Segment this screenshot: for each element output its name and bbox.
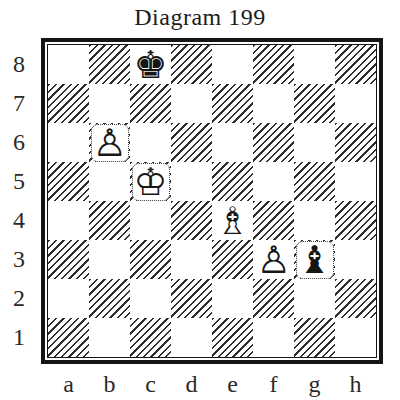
square-d3 [171,240,212,279]
square-a7 [48,84,89,123]
file-label-h: h [335,370,376,398]
square-h1 [335,318,376,357]
file-label-e: e [212,370,253,398]
square-f6 [253,123,294,162]
square-g4 [294,201,335,240]
file-label-g: g [294,370,335,398]
square-c6 [130,123,171,162]
square-d5 [171,162,212,201]
square-h3 [335,240,376,279]
square-b8 [89,45,130,84]
rank-label-2: 2 [4,279,34,318]
diagram-page: Diagram 199 87654321 ♚♙♔♗♙♝ abcdefgh [0,0,400,400]
rank-label-8: 8 [4,45,34,84]
square-h8 [335,45,376,84]
square-h5 [335,162,376,201]
square-d1 [171,318,212,357]
file-label-f: f [253,370,294,398]
square-f7 [253,84,294,123]
piece-black-king: ♚ [133,46,167,84]
square-b7 [89,84,130,123]
square-b4 [89,201,130,240]
square-e1 [212,318,253,357]
square-d4 [171,201,212,240]
square-g8 [294,45,335,84]
square-f5 [253,162,294,201]
square-a3 [48,240,89,279]
square-c5: ♔ [130,162,171,201]
file-label-a: a [48,370,89,398]
rank-label-5: 5 [4,162,34,201]
file-label-b: b [89,370,130,398]
rank-label-1: 1 [4,318,34,357]
square-b1 [89,318,130,357]
rank-label-6: 6 [4,123,34,162]
square-a4 [48,201,89,240]
square-c3 [130,240,171,279]
piece-white-pawn: ♙ [256,241,290,279]
square-e7 [212,84,253,123]
square-d2 [171,279,212,318]
board-inner-frame: ♚♙♔♗♙♝ [47,44,377,358]
chess-board: ♚♙♔♗♙♝ [41,38,383,364]
piece-clearing: ♝ [296,241,334,279]
file-label-d: d [171,370,212,398]
square-a5 [48,162,89,201]
square-h7 [335,84,376,123]
piece-white-bishop: ♗ [215,202,249,240]
square-h2 [335,279,376,318]
square-e8 [212,45,253,84]
rank-label-7: 7 [4,84,34,123]
file-labels: abcdefgh [48,370,376,398]
square-b3 [89,240,130,279]
square-h6 [335,123,376,162]
square-g3: ♝ [294,240,335,279]
rank-label-4: 4 [4,201,34,240]
square-g7 [294,84,335,123]
diagram-title: Diagram 199 [0,4,400,31]
square-g1 [294,318,335,357]
square-c1 [130,318,171,357]
square-g2 [294,279,335,318]
rank-label-3: 3 [4,240,34,279]
square-d6 [171,123,212,162]
square-a6 [48,123,89,162]
piece-clearing: ♙ [91,124,129,162]
square-g6 [294,123,335,162]
piece-clearing: ♔ [132,163,170,201]
square-c7 [130,84,171,123]
square-h4 [335,201,376,240]
rank-labels: 87654321 [4,45,34,357]
piece-black-bishop: ♝ [297,241,331,279]
square-b6: ♙ [89,123,130,162]
square-f8 [253,45,294,84]
piece-white-pawn: ♙ [92,124,126,162]
square-c8: ♚ [130,45,171,84]
square-e2 [212,279,253,318]
piece-white-king: ♔ [133,163,167,201]
square-b2 [89,279,130,318]
square-a8 [48,45,89,84]
square-c4 [130,201,171,240]
square-a1 [48,318,89,357]
board-grid: ♚♙♔♗♙♝ [48,45,376,357]
square-b5 [89,162,130,201]
square-a2 [48,279,89,318]
square-f2 [253,279,294,318]
square-e6 [212,123,253,162]
square-g5 [294,162,335,201]
square-e4: ♗ [212,201,253,240]
square-c2 [130,279,171,318]
square-e5 [212,162,253,201]
square-d7 [171,84,212,123]
square-d8 [171,45,212,84]
square-f4 [253,201,294,240]
square-f1 [253,318,294,357]
file-label-c: c [130,370,171,398]
square-f3: ♙ [253,240,294,279]
square-e3 [212,240,253,279]
